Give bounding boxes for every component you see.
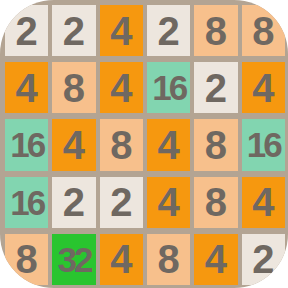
tile-8: 8: [147, 234, 190, 285]
tile-4: 4: [194, 234, 237, 285]
tile-4: 4: [242, 62, 285, 113]
tile-2: 2: [147, 5, 190, 56]
tile-4: 4: [52, 119, 95, 170]
tile-16: 16: [147, 62, 190, 113]
2048-board[interactable]: 22428848416241648481616224848324842: [0, 0, 288, 288]
tile-2: 2: [5, 5, 48, 56]
tile-8: 8: [242, 5, 285, 56]
tile-4: 4: [100, 62, 143, 113]
tile-8: 8: [5, 234, 48, 285]
tile-4: 4: [147, 119, 190, 170]
tile-4: 4: [100, 5, 143, 56]
tile-32: 32: [52, 234, 95, 285]
tile-4: 4: [242, 177, 285, 228]
tile-2: 2: [52, 5, 95, 56]
tile-4: 4: [5, 62, 48, 113]
tile-4: 4: [100, 234, 143, 285]
tile-8: 8: [194, 5, 237, 56]
tile-16: 16: [5, 177, 48, 228]
tile-2: 2: [52, 177, 95, 228]
tile-16: 16: [242, 119, 285, 170]
tile-8: 8: [100, 119, 143, 170]
tile-16: 16: [5, 119, 48, 170]
tile-2: 2: [100, 177, 143, 228]
tile-2: 2: [242, 234, 285, 285]
tile-2: 2: [194, 62, 237, 113]
tile-8: 8: [52, 62, 95, 113]
tile-4: 4: [147, 177, 190, 228]
tile-8: 8: [194, 119, 237, 170]
tile-8: 8: [194, 177, 237, 228]
